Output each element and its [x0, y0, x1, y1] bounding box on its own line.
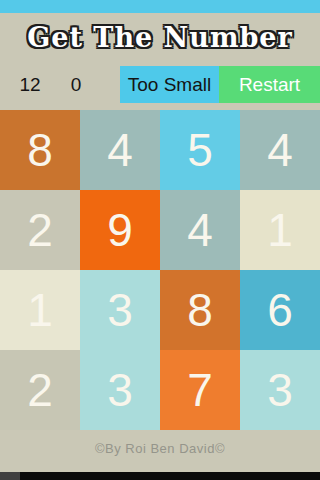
grid-cell-r2c2[interactable]: 8 [160, 270, 240, 350]
bottom-bar-accent [0, 472, 20, 480]
grid-cell-r1c3[interactable]: 1 [240, 190, 320, 270]
grid-cell-r3c0[interactable]: 2 [0, 350, 80, 430]
grid-cell-r2c1[interactable]: 3 [80, 270, 160, 350]
grid-cell-r2c3[interactable]: 6 [240, 270, 320, 350]
app-screen: Get The Number 12 0 Too Small Restart 8 … [0, 0, 320, 480]
status-bar [0, 0, 320, 13]
restart-button[interactable]: Restart [219, 66, 320, 103]
game-title: Get The Number [0, 22, 320, 53]
grid-cell-r0c3[interactable]: 4 [240, 110, 320, 190]
number-grid: 8 4 5 4 2 9 4 1 1 3 8 6 2 3 7 3 [0, 110, 320, 430]
grid-cell-r1c1[interactable]: 9 [80, 190, 160, 270]
grid-cell-r2c0[interactable]: 1 [0, 270, 80, 350]
grid-cell-r3c2[interactable]: 7 [160, 350, 240, 430]
credit-text: ©By Roi Ben David© [0, 441, 320, 456]
grid-cell-r1c0[interactable]: 2 [0, 190, 80, 270]
score-counter: 0 [64, 66, 88, 103]
grid-cell-r0c0[interactable]: 8 [0, 110, 80, 190]
grid-cell-r0c2[interactable]: 5 [160, 110, 240, 190]
feedback-too-small-button[interactable]: Too Small [120, 66, 219, 103]
grid-cell-r0c1[interactable]: 4 [80, 110, 160, 190]
grid-cell-r1c2[interactable]: 4 [160, 190, 240, 270]
bottom-bar [0, 472, 320, 480]
grid-cell-r3c1[interactable]: 3 [80, 350, 160, 430]
attempts-counter: 12 [16, 66, 44, 103]
grid-cell-r3c3[interactable]: 3 [240, 350, 320, 430]
